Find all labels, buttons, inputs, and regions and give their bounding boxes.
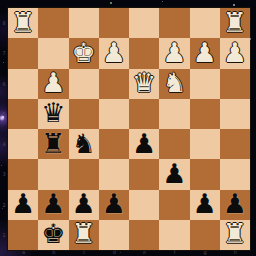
square-b6[interactable]: ♟ xyxy=(38,69,68,99)
star-icon xyxy=(233,4,235,6)
square-a1[interactable] xyxy=(8,220,38,250)
square-h4[interactable] xyxy=(220,129,250,159)
rank-label-6: 6 xyxy=(1,69,7,99)
square-f1[interactable] xyxy=(159,220,189,250)
rank-label-3: 3 xyxy=(1,159,7,189)
piece-white-knight[interactable]: ♞ xyxy=(162,69,186,96)
star-icon xyxy=(2,116,4,118)
piece-white-rook[interactable]: ♜ xyxy=(11,9,35,36)
piece-black-pawn[interactable]: ♟ xyxy=(72,190,96,217)
rank-label-8: 8 xyxy=(1,8,7,38)
star-icon xyxy=(3,62,4,63)
square-h1[interactable]: ♜ xyxy=(220,220,250,250)
square-d6[interactable] xyxy=(99,69,129,99)
piece-black-pawn[interactable]: ♟ xyxy=(41,190,65,217)
square-e3[interactable] xyxy=(129,159,159,189)
square-d5[interactable] xyxy=(99,99,129,129)
chess-board: ♜♜♚♟♟♟♟♟♛♞♛♜♞♟♟♟♟♟♟♟♟♚♜♜ xyxy=(8,8,250,250)
rank-label-2: 2 xyxy=(1,190,7,220)
piece-white-rook[interactable]: ♜ xyxy=(223,220,247,247)
square-a5[interactable] xyxy=(8,99,38,129)
square-c2[interactable]: ♟ xyxy=(69,190,99,220)
square-b7[interactable] xyxy=(38,38,68,68)
square-a8[interactable]: ♜ xyxy=(8,8,38,38)
square-h3[interactable] xyxy=(220,159,250,189)
piece-black-rook[interactable]: ♜ xyxy=(41,130,65,157)
square-e5[interactable] xyxy=(129,99,159,129)
square-g1[interactable] xyxy=(190,220,220,250)
star-icon xyxy=(120,252,121,253)
square-d8[interactable] xyxy=(99,8,129,38)
square-a6[interactable] xyxy=(8,69,38,99)
piece-white-pawn[interactable]: ♟ xyxy=(41,69,65,96)
rank-label-5: 5 xyxy=(1,99,7,129)
square-g2[interactable]: ♟ xyxy=(190,190,220,220)
piece-black-pawn[interactable]: ♟ xyxy=(11,190,35,217)
square-d2[interactable]: ♟ xyxy=(99,190,129,220)
square-f3[interactable]: ♟ xyxy=(159,159,189,189)
file-label-c: c xyxy=(69,249,100,255)
square-h8[interactable]: ♜ xyxy=(220,8,250,38)
chess-app-screen: ♜♜♚♟♟♟♟♟♛♞♛♜♞♟♟♟♟♟♟♟♟♚♜♜ abcdefgh8765432… xyxy=(0,0,256,256)
square-c7[interactable]: ♚ xyxy=(69,38,99,68)
piece-black-pawn[interactable]: ♟ xyxy=(132,130,156,157)
square-d7[interactable]: ♟ xyxy=(99,38,129,68)
piece-white-rook[interactable]: ♜ xyxy=(223,9,247,36)
square-f7[interactable]: ♟ xyxy=(159,38,189,68)
file-label-a: a xyxy=(8,249,39,255)
square-h5[interactable] xyxy=(220,99,250,129)
piece-white-pawn[interactable]: ♟ xyxy=(102,39,126,66)
square-f4[interactable] xyxy=(159,129,189,159)
square-g4[interactable] xyxy=(190,129,220,159)
piece-black-knight[interactable]: ♞ xyxy=(72,130,96,157)
file-label-d: d xyxy=(99,249,130,255)
square-a3[interactable] xyxy=(8,159,38,189)
square-h7[interactable]: ♟ xyxy=(220,38,250,68)
square-c3[interactable] xyxy=(69,159,99,189)
square-f2[interactable] xyxy=(159,190,189,220)
piece-black-pawn[interactable]: ♟ xyxy=(162,160,186,187)
star-icon xyxy=(162,1,163,2)
square-b1[interactable]: ♚ xyxy=(38,220,68,250)
square-a2[interactable]: ♟ xyxy=(8,190,38,220)
square-d1[interactable] xyxy=(99,220,129,250)
piece-black-queen[interactable]: ♛ xyxy=(41,99,65,126)
square-b3[interactable] xyxy=(38,159,68,189)
square-g3[interactable] xyxy=(190,159,220,189)
square-e2[interactable] xyxy=(129,190,159,220)
square-e8[interactable] xyxy=(129,8,159,38)
square-f6[interactable]: ♞ xyxy=(159,69,189,99)
square-b8[interactable] xyxy=(38,8,68,38)
square-b4[interactable]: ♜ xyxy=(38,129,68,159)
piece-white-rook[interactable]: ♜ xyxy=(72,220,96,247)
star-icon xyxy=(2,208,3,209)
square-c8[interactable] xyxy=(69,8,99,38)
piece-black-pawn[interactable]: ♟ xyxy=(102,190,126,217)
piece-white-king[interactable]: ♚ xyxy=(72,39,96,66)
star-icon xyxy=(249,38,251,40)
square-f5[interactable] xyxy=(159,99,189,129)
file-label-b: b xyxy=(38,249,69,255)
square-e7[interactable] xyxy=(129,38,159,68)
file-label-e: e xyxy=(129,249,160,255)
square-g6[interactable] xyxy=(190,69,220,99)
square-e6[interactable]: ♛ xyxy=(129,69,159,99)
square-c1[interactable]: ♜ xyxy=(69,220,99,250)
square-e4[interactable]: ♟ xyxy=(129,129,159,159)
piece-white-queen[interactable]: ♛ xyxy=(132,69,156,96)
square-b2[interactable]: ♟ xyxy=(38,190,68,220)
star-icon xyxy=(1,165,2,166)
file-label-g: g xyxy=(190,249,221,255)
piece-white-pawn[interactable]: ♟ xyxy=(193,39,217,66)
square-c4[interactable]: ♞ xyxy=(69,129,99,159)
square-h6[interactable] xyxy=(220,69,250,99)
square-e1[interactable] xyxy=(129,220,159,250)
rank-label-1: 1 xyxy=(1,220,7,250)
piece-black-pawn[interactable]: ♟ xyxy=(223,190,247,217)
square-c5[interactable] xyxy=(69,99,99,129)
square-g7[interactable]: ♟ xyxy=(190,38,220,68)
square-d3[interactable] xyxy=(99,159,129,189)
square-c6[interactable] xyxy=(69,69,99,99)
square-f8[interactable] xyxy=(159,8,189,38)
file-label-h: h xyxy=(220,249,251,255)
rank-label-7: 7 xyxy=(1,38,7,68)
square-g5[interactable] xyxy=(190,99,220,129)
star-icon xyxy=(110,2,112,4)
square-a7[interactable] xyxy=(8,38,38,68)
piece-white-pawn[interactable]: ♟ xyxy=(162,39,186,66)
square-g8[interactable] xyxy=(190,8,220,38)
piece-black-pawn[interactable]: ♟ xyxy=(193,190,217,217)
square-a4[interactable] xyxy=(8,129,38,159)
piece-black-king[interactable]: ♚ xyxy=(41,220,65,247)
square-h2[interactable]: ♟ xyxy=(220,190,250,220)
rank-label-4: 4 xyxy=(1,129,7,159)
piece-white-pawn[interactable]: ♟ xyxy=(223,39,247,66)
file-label-f: f xyxy=(159,249,190,255)
square-d4[interactable] xyxy=(99,129,129,159)
square-b5[interactable]: ♛ xyxy=(38,99,68,129)
